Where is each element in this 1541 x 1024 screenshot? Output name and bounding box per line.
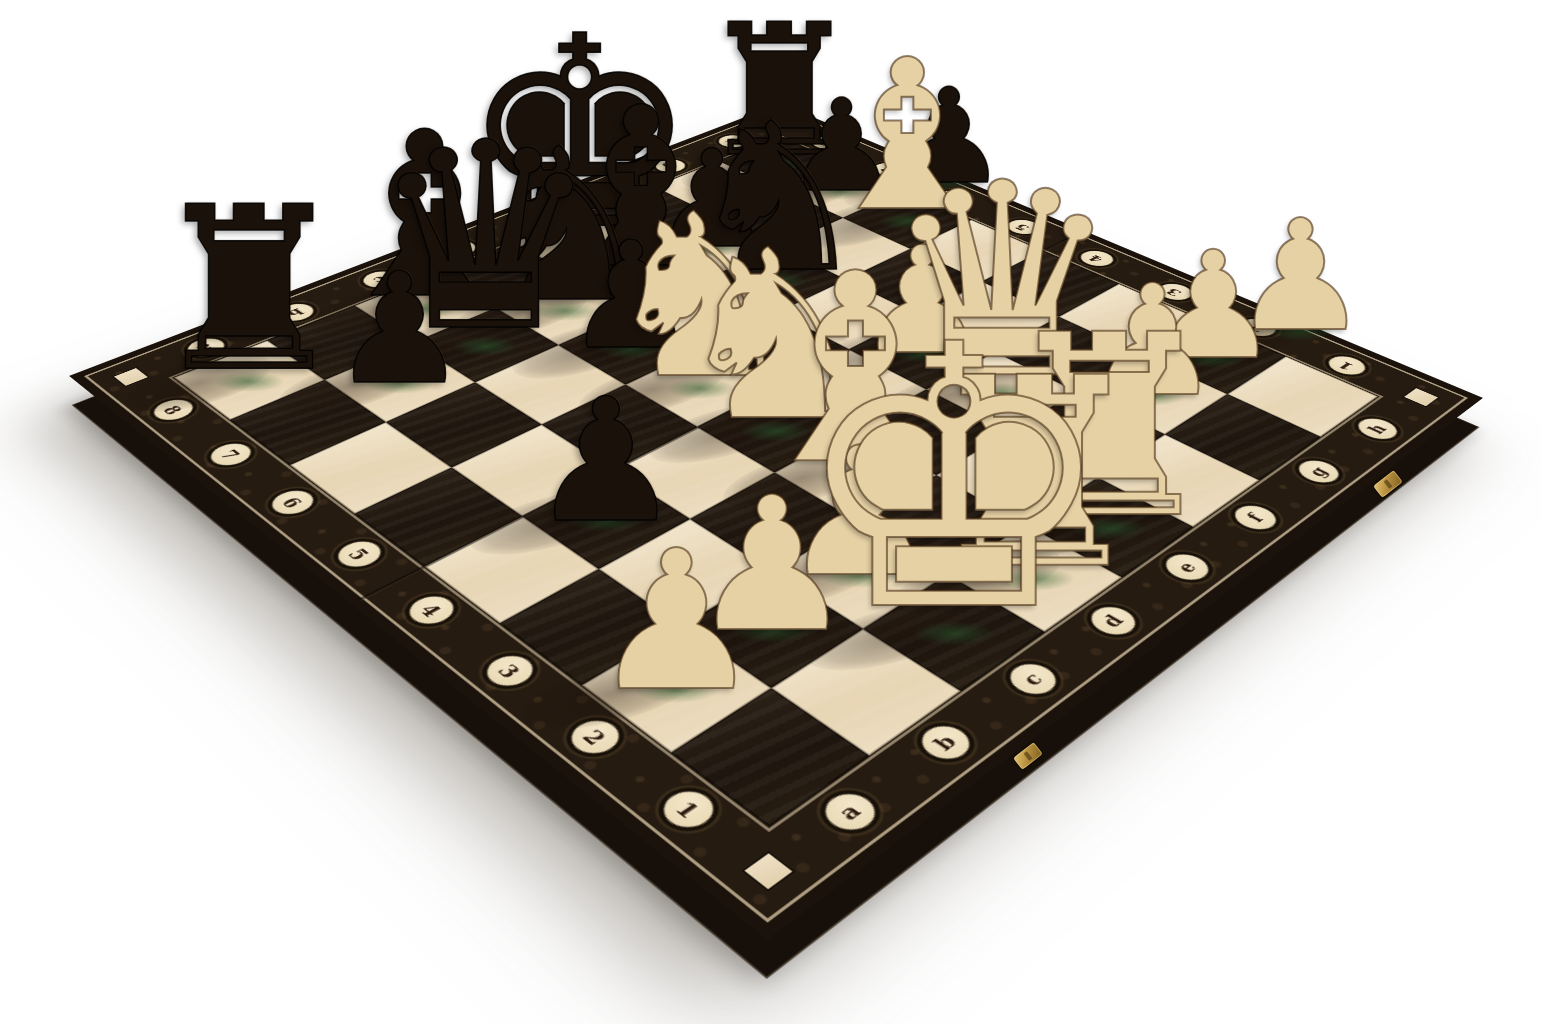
piece-black-pawn-b7[interactable]: ♟: [331, 253, 469, 406]
border-label-rank-3-lower-left: 3: [478, 650, 541, 692]
border-label-file-g-lower-right: g: [1292, 456, 1346, 487]
corner-inlay-1: [1404, 388, 1438, 406]
piece-white-king-c1[interactable]: ♚: [791, 298, 1117, 661]
border-label-rank-4-lower-left: 4: [401, 591, 462, 629]
border-label-rank-6-lower-left: 6: [265, 486, 321, 519]
border-label-file-a-lower-right: a: [816, 787, 885, 837]
square-a5[interactable]: [355, 468, 523, 567]
border-label-rank-7-lower-left: 7: [204, 439, 258, 469]
piece-black-rook-a8[interactable]: ♜: [148, 178, 350, 404]
corner-inlay-3: [744, 853, 792, 889]
corner-inlay-2: [114, 368, 148, 386]
border-label-file-b-lower-right: b: [913, 720, 979, 766]
square-a6[interactable]: [290, 422, 452, 514]
border-label-rank-1-lower-left: 1: [654, 785, 723, 835]
border-label-file-h-lower-right: h: [1351, 415, 1403, 444]
border-label-file-f-lower-right: f: [1227, 501, 1283, 534]
piece-white-pawn-a2[interactable]: ♟: [590, 525, 763, 718]
border-label-rank-5-lower-left: 5: [330, 537, 388, 572]
